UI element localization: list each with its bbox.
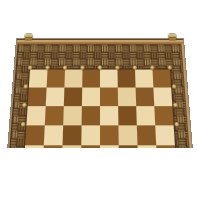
brass-pin <box>23 84 27 88</box>
brass-pin <box>22 103 27 107</box>
square-g8 <box>135 70 153 88</box>
brass-pin <box>115 65 119 69</box>
square-b6 <box>45 106 64 125</box>
left-hinge <box>25 34 32 40</box>
square-c4 <box>62 145 81 148</box>
product-photo <box>0 0 200 200</box>
square-a8 <box>29 70 48 88</box>
square-c5 <box>63 125 82 145</box>
brass-pin <box>28 65 32 69</box>
square-f6 <box>118 106 137 125</box>
brass-pin <box>80 65 84 69</box>
square-h7 <box>153 88 172 107</box>
board-field <box>18 69 182 148</box>
square-c6 <box>63 106 82 125</box>
brass-pin <box>63 65 67 69</box>
square-h8 <box>152 70 171 88</box>
brass-pin <box>20 122 25 126</box>
square-c8 <box>64 70 82 88</box>
photo-crop-area <box>0 0 200 148</box>
square-d5 <box>81 125 100 145</box>
right-hinge <box>169 34 176 40</box>
brass-pin <box>173 103 178 107</box>
square-b5 <box>44 125 63 145</box>
brass-pin <box>133 65 137 69</box>
square-e4 <box>100 145 119 148</box>
square-f7 <box>118 88 136 107</box>
square-e7 <box>100 88 118 107</box>
brass-pin <box>171 84 175 88</box>
square-e5 <box>100 125 119 145</box>
square-f8 <box>117 70 135 88</box>
brass-pin <box>150 65 154 69</box>
square-a4 <box>24 145 44 148</box>
square-g7 <box>136 88 155 107</box>
square-h6 <box>154 106 173 125</box>
square-f5 <box>118 125 137 145</box>
square-e8 <box>100 70 118 88</box>
chess-case <box>0 39 200 148</box>
square-b4 <box>43 145 63 148</box>
brass-pin <box>45 65 49 69</box>
case-top-edge <box>17 39 184 45</box>
square-d7 <box>82 88 100 107</box>
square-a6 <box>26 106 45 125</box>
square-d6 <box>82 106 100 125</box>
square-d8 <box>82 70 100 88</box>
square-g4 <box>137 145 157 148</box>
square-g5 <box>137 125 156 145</box>
brass-pin <box>98 65 102 69</box>
square-e6 <box>100 106 118 125</box>
brass-pin <box>174 122 179 126</box>
square-g6 <box>136 106 155 125</box>
square-h4 <box>156 145 176 148</box>
square-c7 <box>64 88 82 107</box>
square-a7 <box>28 88 47 107</box>
square-a5 <box>25 125 45 145</box>
brass-pin <box>168 65 172 69</box>
square-b8 <box>47 70 65 88</box>
square-h5 <box>155 125 175 145</box>
square-b7 <box>46 88 65 107</box>
square-d4 <box>81 145 100 148</box>
square-f4 <box>119 145 138 148</box>
